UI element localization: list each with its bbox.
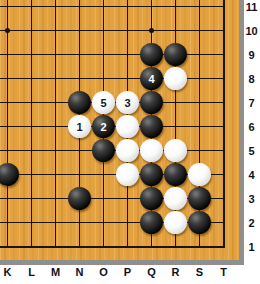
stone-black-q4[interactable]	[140, 163, 163, 186]
stone-white-r8[interactable]	[164, 67, 187, 90]
stone-white-r3[interactable]	[164, 187, 187, 210]
coord-number-9: 9	[244, 48, 260, 62]
star-point-k10	[5, 28, 10, 33]
stone-white-r2[interactable]	[164, 211, 187, 234]
stone-black-r9[interactable]	[164, 43, 187, 66]
stone-white-q5[interactable]	[140, 139, 163, 162]
star-point-q10	[149, 28, 154, 33]
stone-black-s3[interactable]	[188, 187, 211, 210]
coord-number-6: 6	[244, 120, 260, 134]
coord-number-2: 2	[244, 216, 260, 230]
goban[interactable]: 24153	[0, 0, 239, 260]
coord-letter-m: M	[48, 265, 64, 279]
coord-letter-p: P	[120, 265, 136, 279]
coord-number-11: 11	[244, 0, 260, 14]
move-number-label: 4	[140, 67, 163, 90]
stone-black-n7[interactable]	[68, 91, 91, 114]
stone-white-p4[interactable]	[116, 163, 139, 186]
coord-number-5: 5	[244, 144, 260, 158]
stone-black-n3[interactable]	[68, 187, 91, 210]
coord-number-10: 10	[244, 24, 260, 38]
coord-number-1: 1	[244, 240, 260, 254]
coord-letter-k: K	[0, 265, 16, 279]
coord-number-7: 7	[244, 96, 260, 110]
coord-letter-r: R	[168, 265, 184, 279]
coord-letter-s: S	[192, 265, 208, 279]
coord-number-8: 8	[244, 72, 260, 86]
coord-letter-t: T	[216, 265, 232, 279]
coord-number-4: 4	[244, 168, 260, 182]
stone-black-q6[interactable]	[140, 115, 163, 138]
move-number-label: 3	[116, 91, 139, 114]
stone-white-p7[interactable]: 3	[116, 91, 139, 114]
coord-number-3: 3	[244, 192, 260, 206]
move-number-label: 1	[68, 115, 91, 138]
stone-black-s2[interactable]	[188, 211, 211, 234]
stone-white-s4[interactable]	[188, 163, 211, 186]
stone-black-q8[interactable]: 4	[140, 67, 163, 90]
go-diagram: 24153 1110987654321 KLMNOPQRST	[0, 0, 260, 284]
stone-black-q7[interactable]	[140, 91, 163, 114]
stone-white-n6[interactable]: 1	[68, 115, 91, 138]
stone-white-p6[interactable]	[116, 115, 139, 138]
stone-black-k4[interactable]	[0, 163, 19, 186]
stone-white-p5[interactable]	[116, 139, 139, 162]
stone-black-q9[interactable]	[140, 43, 163, 66]
stone-white-r5[interactable]	[164, 139, 187, 162]
move-number-label: 5	[92, 91, 115, 114]
coord-letter-o: O	[96, 265, 112, 279]
coord-letter-l: L	[24, 265, 40, 279]
stone-black-o5[interactable]	[92, 139, 115, 162]
coord-letter-q: Q	[144, 265, 160, 279]
stone-black-r4[interactable]	[164, 163, 187, 186]
stone-black-q3[interactable]	[140, 187, 163, 210]
coord-letter-n: N	[72, 265, 88, 279]
stone-white-o7[interactable]: 5	[92, 91, 115, 114]
move-number-label: 2	[92, 115, 115, 138]
stone-black-o6[interactable]: 2	[92, 115, 115, 138]
stone-black-q2[interactable]	[140, 211, 163, 234]
